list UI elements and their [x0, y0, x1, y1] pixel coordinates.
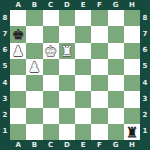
- square-c8[interactable]: [43, 10, 59, 26]
- rank-label-5-left: 5: [0, 59, 10, 75]
- square-a4[interactable]: [10, 75, 26, 91]
- square-d8[interactable]: [59, 10, 75, 26]
- file-labels-bottom: ABCDEFGH: [10, 140, 140, 150]
- square-a8[interactable]: [10, 10, 26, 26]
- square-g4[interactable]: [108, 75, 124, 91]
- file-label-b-top: B: [26, 0, 42, 10]
- file-label-h-top: H: [124, 0, 140, 10]
- square-c7[interactable]: [43, 26, 59, 42]
- file-label-d-bottom: D: [59, 140, 75, 150]
- square-b2[interactable]: [26, 108, 42, 124]
- file-label-e-bottom: E: [75, 140, 91, 150]
- rank-label-3-right: 3: [140, 91, 150, 107]
- file-label-b-bottom: B: [26, 140, 42, 150]
- square-a7[interactable]: ♚: [10, 26, 26, 42]
- square-e3[interactable]: [75, 91, 91, 107]
- square-g5[interactable]: [108, 59, 124, 75]
- square-f2[interactable]: [91, 108, 107, 124]
- rank-labels-right: 87654321: [140, 10, 150, 140]
- square-c5[interactable]: [43, 59, 59, 75]
- square-b3[interactable]: [26, 91, 42, 107]
- rank-label-2-right: 2: [140, 108, 150, 124]
- file-labels-top: ABCDEFGH: [10, 0, 140, 10]
- rank-label-1-right: 1: [140, 124, 150, 140]
- square-b8[interactable]: [26, 10, 42, 26]
- rank-label-1-left: 1: [0, 124, 10, 140]
- black-king-icon: ♚: [10, 26, 26, 42]
- square-d5[interactable]: [59, 59, 75, 75]
- square-h5[interactable]: [124, 59, 140, 75]
- square-c3[interactable]: [43, 91, 59, 107]
- square-d1[interactable]: [59, 124, 75, 140]
- square-f5[interactable]: [91, 59, 107, 75]
- square-h8[interactable]: [124, 10, 140, 26]
- square-g6[interactable]: [108, 43, 124, 59]
- file-label-a-bottom: A: [10, 140, 26, 150]
- white-rook-icon: ♜: [59, 43, 75, 59]
- chess-board: ♚♟♚♜♟♜: [10, 10, 140, 140]
- square-c4[interactable]: [43, 75, 59, 91]
- rank-label-7-left: 7: [0, 26, 10, 42]
- square-g8[interactable]: [108, 10, 124, 26]
- square-e6[interactable]: [75, 43, 91, 59]
- square-f3[interactable]: [91, 91, 107, 107]
- square-b7[interactable]: [26, 26, 42, 42]
- white-pawn-icon: ♟: [10, 43, 26, 59]
- white-pawn-icon: ♟: [26, 59, 42, 75]
- square-c1[interactable]: [43, 124, 59, 140]
- square-b1[interactable]: [26, 124, 42, 140]
- square-b4[interactable]: [26, 75, 42, 91]
- square-e1[interactable]: [75, 124, 91, 140]
- square-a5[interactable]: [10, 59, 26, 75]
- rank-label-6-right: 6: [140, 43, 150, 59]
- square-f8[interactable]: [91, 10, 107, 26]
- square-c2[interactable]: [43, 108, 59, 124]
- square-g2[interactable]: [108, 108, 124, 124]
- square-h3[interactable]: [124, 91, 140, 107]
- square-b5[interactable]: ♟: [26, 59, 42, 75]
- square-f7[interactable]: [91, 26, 107, 42]
- rank-label-2-left: 2: [0, 108, 10, 124]
- black-rook-icon: ♜: [124, 124, 140, 140]
- file-label-h-bottom: H: [124, 140, 140, 150]
- square-d4[interactable]: [59, 75, 75, 91]
- square-a2[interactable]: [10, 108, 26, 124]
- square-h6[interactable]: [124, 43, 140, 59]
- square-f6[interactable]: [91, 43, 107, 59]
- square-e2[interactable]: [75, 108, 91, 124]
- square-d3[interactable]: [59, 91, 75, 107]
- square-g3[interactable]: [108, 91, 124, 107]
- rank-labels-left: 87654321: [0, 10, 10, 140]
- rank-label-7-right: 7: [140, 26, 150, 42]
- square-g1[interactable]: [108, 124, 124, 140]
- chess-board-frame: ABCDEFGH ABCDEFGH 87654321 87654321 ♚♟♚♜…: [0, 0, 150, 150]
- rank-label-6-left: 6: [0, 43, 10, 59]
- square-e7[interactable]: [75, 26, 91, 42]
- square-h7[interactable]: [124, 26, 140, 42]
- square-d7[interactable]: [59, 26, 75, 42]
- square-e8[interactable]: [75, 10, 91, 26]
- file-label-f-bottom: F: [91, 140, 107, 150]
- square-g7[interactable]: [108, 26, 124, 42]
- file-label-e-top: E: [75, 0, 91, 10]
- white-king-icon: ♚: [43, 43, 59, 59]
- square-h2[interactable]: [124, 108, 140, 124]
- square-f1[interactable]: [91, 124, 107, 140]
- file-label-g-bottom: G: [108, 140, 124, 150]
- rank-label-5-right: 5: [140, 59, 150, 75]
- square-b6[interactable]: [26, 43, 42, 59]
- square-h1[interactable]: ♜: [124, 124, 140, 140]
- rank-label-3-left: 3: [0, 91, 10, 107]
- file-label-f-top: F: [91, 0, 107, 10]
- square-a3[interactable]: [10, 91, 26, 107]
- square-e5[interactable]: [75, 59, 91, 75]
- square-a1[interactable]: [10, 124, 26, 140]
- square-a6[interactable]: ♟: [10, 43, 26, 59]
- square-c6[interactable]: ♚: [43, 43, 59, 59]
- square-h4[interactable]: [124, 75, 140, 91]
- square-d2[interactable]: [59, 108, 75, 124]
- file-label-a-top: A: [10, 0, 26, 10]
- file-label-g-top: G: [108, 0, 124, 10]
- rank-label-8-right: 8: [140, 10, 150, 26]
- square-e4[interactable]: [75, 75, 91, 91]
- file-label-c-bottom: C: [43, 140, 59, 150]
- rank-label-8-left: 8: [0, 10, 10, 26]
- square-f4[interactable]: [91, 75, 107, 91]
- square-d6[interactable]: ♜: [59, 43, 75, 59]
- file-label-d-top: D: [59, 0, 75, 10]
- rank-label-4-left: 4: [0, 75, 10, 91]
- rank-label-4-right: 4: [140, 75, 150, 91]
- file-label-c-top: C: [43, 0, 59, 10]
